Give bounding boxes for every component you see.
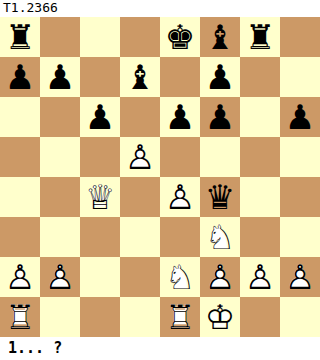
white-rook-e1: ♜♖ [160, 297, 200, 337]
square-g4[interactable] [240, 177, 280, 217]
square-a2[interactable]: ♟♙ [0, 257, 40, 297]
square-e8[interactable]: ♚ [160, 17, 200, 57]
white-knight-f3: ♞♘ [200, 217, 240, 257]
square-f3[interactable]: ♞♘ [200, 217, 240, 257]
black-king-e8: ♚ [160, 17, 200, 57]
white-pawn-a2: ♟♙ [0, 257, 40, 297]
square-c7[interactable] [80, 57, 120, 97]
square-a7[interactable]: ♟ [0, 57, 40, 97]
square-c2[interactable] [80, 257, 120, 297]
chess-trainer-window: T1.2366 ♜♚♝♜♟♟♝♟♟♟♟♟♟♙♛♕♟♙♛♞♘♟♙♟♙♞♘♟♙♟♙♟… [0, 0, 320, 360]
white-pawn-h2: ♟♙ [280, 257, 320, 297]
white-knight-e2: ♞♘ [160, 257, 200, 297]
white-pawn-f2: ♟♙ [200, 257, 240, 297]
white-pawn-g2: ♟♙ [240, 257, 280, 297]
black-pawn-a7: ♟ [0, 57, 40, 97]
square-a6[interactable] [0, 97, 40, 137]
square-e1[interactable]: ♜♖ [160, 297, 200, 337]
square-c4[interactable]: ♛♕ [80, 177, 120, 217]
square-e6[interactable]: ♟ [160, 97, 200, 137]
black-bishop-f8: ♝ [200, 17, 240, 57]
black-bishop-d7: ♝ [120, 57, 160, 97]
square-d8[interactable] [120, 17, 160, 57]
square-h2[interactable]: ♟♙ [280, 257, 320, 297]
square-f7[interactable]: ♟ [200, 57, 240, 97]
white-pawn-e4: ♟♙ [160, 177, 200, 217]
square-f2[interactable]: ♟♙ [200, 257, 240, 297]
square-e5[interactable] [160, 137, 200, 177]
square-g2[interactable]: ♟♙ [240, 257, 280, 297]
black-pawn-e6: ♟ [160, 97, 200, 137]
square-d2[interactable] [120, 257, 160, 297]
black-pawn-h6: ♟ [280, 97, 320, 137]
square-h3[interactable] [280, 217, 320, 257]
square-h4[interactable] [280, 177, 320, 217]
square-b1[interactable] [40, 297, 80, 337]
black-pawn-b7: ♟ [40, 57, 80, 97]
square-d6[interactable] [120, 97, 160, 137]
black-rook-a8: ♜ [0, 17, 40, 57]
square-b8[interactable] [40, 17, 80, 57]
square-h8[interactable] [280, 17, 320, 57]
square-c6[interactable]: ♟ [80, 97, 120, 137]
white-king-f1: ♚♔ [200, 297, 240, 337]
square-f1[interactable]: ♚♔ [200, 297, 240, 337]
square-d4[interactable] [120, 177, 160, 217]
square-f5[interactable] [200, 137, 240, 177]
chess-board: ♜♚♝♜♟♟♝♟♟♟♟♟♟♙♛♕♟♙♛♞♘♟♙♟♙♞♘♟♙♟♙♟♙♜♖♜♖♚♔ [0, 17, 320, 337]
black-pawn-f7: ♟ [200, 57, 240, 97]
square-g1[interactable] [240, 297, 280, 337]
square-b4[interactable] [40, 177, 80, 217]
square-b5[interactable] [40, 137, 80, 177]
move-prompt: 1... ? [0, 337, 320, 360]
square-e4[interactable]: ♟♙ [160, 177, 200, 217]
square-c3[interactable] [80, 217, 120, 257]
square-f4[interactable]: ♛ [200, 177, 240, 217]
square-d5[interactable]: ♟♙ [120, 137, 160, 177]
square-g7[interactable] [240, 57, 280, 97]
square-h7[interactable] [280, 57, 320, 97]
square-b7[interactable]: ♟ [40, 57, 80, 97]
white-pawn-d5: ♟♙ [120, 137, 160, 177]
square-c1[interactable] [80, 297, 120, 337]
black-rook-g8: ♜ [240, 17, 280, 57]
square-f6[interactable]: ♟ [200, 97, 240, 137]
square-b2[interactable]: ♟♙ [40, 257, 80, 297]
square-g3[interactable] [240, 217, 280, 257]
square-b6[interactable] [40, 97, 80, 137]
square-e2[interactable]: ♞♘ [160, 257, 200, 297]
black-pawn-c6: ♟ [80, 97, 120, 137]
square-d1[interactable] [120, 297, 160, 337]
square-e3[interactable] [160, 217, 200, 257]
square-g8[interactable]: ♜ [240, 17, 280, 57]
square-a4[interactable] [0, 177, 40, 217]
square-h5[interactable] [280, 137, 320, 177]
black-pawn-f6: ♟ [200, 97, 240, 137]
square-b3[interactable] [40, 217, 80, 257]
square-a3[interactable] [0, 217, 40, 257]
white-pawn-b2: ♟♙ [40, 257, 80, 297]
square-a8[interactable]: ♜ [0, 17, 40, 57]
square-e7[interactable] [160, 57, 200, 97]
square-h6[interactable]: ♟ [280, 97, 320, 137]
white-queen-c4: ♛♕ [80, 177, 120, 217]
square-f8[interactable]: ♝ [200, 17, 240, 57]
square-h1[interactable] [280, 297, 320, 337]
square-a5[interactable] [0, 137, 40, 177]
square-a1[interactable]: ♜♖ [0, 297, 40, 337]
square-g5[interactable] [240, 137, 280, 177]
square-c8[interactable] [80, 17, 120, 57]
square-c5[interactable] [80, 137, 120, 177]
square-d3[interactable] [120, 217, 160, 257]
square-g6[interactable] [240, 97, 280, 137]
white-rook-a1: ♜♖ [0, 297, 40, 337]
black-queen-f4: ♛ [200, 177, 240, 217]
square-d7[interactable]: ♝ [120, 57, 160, 97]
puzzle-title: T1.2366 [0, 0, 320, 17]
